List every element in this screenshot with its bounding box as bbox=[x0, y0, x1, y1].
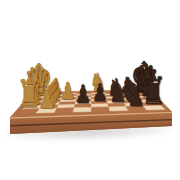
chess-set-photo: ♜♞♝♛♚♝♜♞♟♟♟♟♟♟♟♟♜♞♝♛♚♝♜♞♟♟♟♟♟♟♟♟ bbox=[0, 0, 180, 180]
chess-piece-black-pawn-d2[interactable]: ♟ bbox=[75, 82, 92, 107]
chess-piece-black-pawn-g1[interactable]: ♟ bbox=[128, 83, 145, 109]
chess-piece-black-rook-h1[interactable]: ♜ bbox=[142, 72, 166, 109]
chess-piece-black-knight-f2[interactable]: ♞ bbox=[106, 74, 127, 107]
chess-piece-white-pawn-c4[interactable]: ♟ bbox=[61, 78, 76, 101]
chess-piece-black-pawn-e3[interactable]: ♟ bbox=[92, 79, 108, 103]
chess-piece-white-rook-a1[interactable]: ♜ bbox=[17, 75, 41, 112]
square-c1[interactable] bbox=[55, 108, 74, 113]
